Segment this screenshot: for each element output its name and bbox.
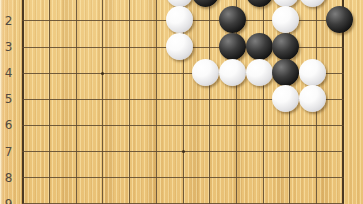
stone-white[interactable] [192,59,219,86]
stone-white[interactable] [299,59,326,86]
stone-white[interactable] [246,59,273,86]
stone-black[interactable] [246,33,273,60]
grid-vertical-line [22,0,24,204]
stone-white[interactable] [272,6,299,33]
stone-black[interactable] [192,0,219,7]
grid-vertical-line [76,0,77,204]
stone-black[interactable] [272,33,299,60]
stone-black[interactable] [272,59,299,86]
stone-black[interactable] [219,33,246,60]
row-label: 8 [0,170,17,186]
grid-vertical-line [129,0,130,204]
stone-white[interactable] [299,0,326,7]
grid-vertical-line [209,0,210,204]
stone-white[interactable] [166,33,193,60]
row-label: 2 [0,13,17,29]
star-point [182,150,185,153]
row-label: 5 [0,91,17,107]
row-label: 4 [0,65,17,81]
stone-black[interactable] [219,6,246,33]
grid-vertical-line [156,0,157,204]
row-label: 9 [0,196,17,204]
stone-white[interactable] [299,85,326,112]
stone-black[interactable] [326,6,353,33]
stone-white[interactable] [219,59,246,86]
stone-white[interactable] [272,85,299,112]
row-label: 1 [0,0,17,3]
grid-horizontal-line [22,125,345,126]
go-board[interactable]: 12345678910111213 [0,0,363,204]
grid-horizontal-line [22,203,345,204]
grid-vertical-line [49,0,50,204]
grid-horizontal-line [22,177,345,178]
row-label: 3 [0,39,17,55]
grid-vertical-line [263,0,264,204]
grid-vertical-line [102,0,103,204]
stone-black[interactable] [246,0,273,7]
stone-white[interactable] [166,6,193,33]
star-point [101,72,104,75]
row-label: 6 [0,117,17,133]
row-label: 7 [0,144,17,160]
